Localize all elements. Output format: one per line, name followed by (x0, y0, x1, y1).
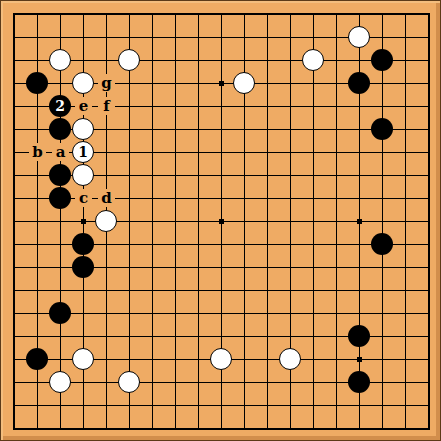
point-label-c: c (75, 189, 92, 207)
star-point (357, 219, 362, 224)
point-label-b: b (29, 143, 46, 161)
star-point (219, 219, 224, 224)
black-stone (26, 72, 48, 94)
white-stone (279, 348, 301, 370)
black-stone (72, 233, 94, 255)
black-stone (49, 187, 71, 209)
white-stone (72, 164, 94, 186)
star-point (219, 81, 224, 86)
white-stone-move-1: 1 (72, 141, 94, 163)
point-label-e: e (75, 97, 92, 115)
black-stone (348, 325, 370, 347)
black-stone (49, 302, 71, 324)
point-label-f: f (98, 97, 115, 115)
black-stone (26, 348, 48, 370)
white-stone (72, 348, 94, 370)
white-stone (118, 49, 140, 71)
black-stone (49, 164, 71, 186)
black-stone (348, 371, 370, 393)
white-stone (118, 371, 140, 393)
white-stone (49, 371, 71, 393)
black-stone (371, 118, 393, 140)
black-stone (371, 49, 393, 71)
white-stone (72, 72, 94, 94)
black-stone (371, 233, 393, 255)
black-stone (49, 118, 71, 140)
point-label-d: d (98, 189, 115, 207)
point-label-a: a (52, 143, 69, 161)
point-label-g: g (98, 74, 115, 92)
white-stone (302, 49, 324, 71)
white-stone (72, 118, 94, 140)
go-board: abcdefg12 (0, 0, 441, 441)
black-stone (72, 256, 94, 278)
white-stone (95, 210, 117, 232)
black-stone (348, 72, 370, 94)
star-point (357, 357, 362, 362)
white-stone (210, 348, 232, 370)
white-stone (49, 49, 71, 71)
white-stone (348, 26, 370, 48)
black-stone-move-2: 2 (49, 95, 71, 117)
white-stone (233, 72, 255, 94)
star-point (81, 219, 86, 224)
